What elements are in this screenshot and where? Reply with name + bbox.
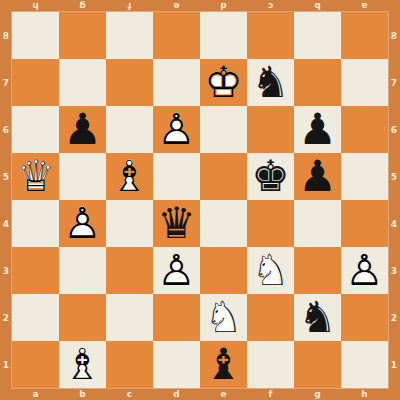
square-c7[interactable] bbox=[106, 59, 153, 106]
square-a3[interactable] bbox=[12, 247, 59, 294]
rank-label: 8 bbox=[0, 12, 12, 59]
piece-outline-layer: ♙ bbox=[153, 106, 200, 153]
chess-board-frame: abcdefgh abcdefgh 87654321 87654321 ♚♔♞♟… bbox=[0, 0, 400, 400]
file-label: b bbox=[59, 388, 106, 400]
square-e7[interactable]: ♚♔ bbox=[200, 59, 247, 106]
black-bishop-icon[interactable]: ♝ bbox=[200, 341, 247, 388]
square-a6[interactable] bbox=[12, 106, 59, 153]
white-bishop-icon[interactable]: ♝♗ bbox=[59, 341, 106, 388]
rank-label: 7 bbox=[388, 59, 400, 106]
square-e1[interactable]: ♝ bbox=[200, 341, 247, 388]
square-c1[interactable] bbox=[106, 341, 153, 388]
rank-label: 3 bbox=[388, 247, 400, 294]
file-label: g bbox=[294, 388, 341, 400]
square-b2[interactable] bbox=[59, 294, 106, 341]
square-c4[interactable] bbox=[106, 200, 153, 247]
rank-label: 7 bbox=[0, 59, 12, 106]
file-label: e bbox=[153, 0, 200, 12]
rank-label: 4 bbox=[388, 200, 400, 247]
square-b3[interactable] bbox=[59, 247, 106, 294]
square-a5[interactable]: ♛♕ bbox=[12, 153, 59, 200]
file-label: d bbox=[200, 0, 247, 12]
file-label: e bbox=[200, 388, 247, 400]
square-b6[interactable]: ♟ bbox=[59, 106, 106, 153]
square-f5[interactable]: ♚ bbox=[247, 153, 294, 200]
piece-solid-layer: ♟ bbox=[294, 153, 341, 200]
square-f6[interactable] bbox=[247, 106, 294, 153]
square-g2[interactable]: ♞ bbox=[294, 294, 341, 341]
file-label: f bbox=[247, 388, 294, 400]
white-king-icon[interactable]: ♚♔ bbox=[200, 59, 247, 106]
white-pawn-icon[interactable]: ♟♙ bbox=[153, 106, 200, 153]
rank-label: 5 bbox=[0, 153, 12, 200]
piece-outline-layer: ♙ bbox=[341, 247, 388, 294]
piece-solid-layer: ♞ bbox=[247, 59, 294, 106]
rank-label: 4 bbox=[0, 200, 12, 247]
square-e5[interactable] bbox=[200, 153, 247, 200]
white-queen-icon[interactable]: ♛♕ bbox=[12, 153, 59, 200]
white-knight-icon[interactable]: ♞♘ bbox=[200, 294, 247, 341]
square-g6[interactable]: ♟ bbox=[294, 106, 341, 153]
piece-outline-layer: ♙ bbox=[153, 247, 200, 294]
file-label: c bbox=[106, 388, 153, 400]
square-b5[interactable] bbox=[59, 153, 106, 200]
square-c8[interactable] bbox=[106, 12, 153, 59]
rank-label: 2 bbox=[388, 294, 400, 341]
square-f4[interactable] bbox=[247, 200, 294, 247]
piece-outline-layer: ♘ bbox=[247, 247, 294, 294]
black-queen-icon[interactable]: ♛ bbox=[153, 200, 200, 247]
file-label: h bbox=[341, 388, 388, 400]
square-h4[interactable] bbox=[341, 200, 388, 247]
file-label: h bbox=[12, 0, 59, 12]
square-d5[interactable] bbox=[153, 153, 200, 200]
piece-solid-layer: ♟ bbox=[294, 106, 341, 153]
square-f3[interactable]: ♞♘ bbox=[247, 247, 294, 294]
piece-outline-layer: ♙ bbox=[59, 200, 106, 247]
piece-solid-layer: ♝ bbox=[200, 341, 247, 388]
square-d6[interactable]: ♟♙ bbox=[153, 106, 200, 153]
file-labels-top: abcdefgh bbox=[12, 0, 388, 12]
square-c2[interactable] bbox=[106, 294, 153, 341]
piece-solid-layer: ♛ bbox=[153, 200, 200, 247]
white-pawn-icon[interactable]: ♟♙ bbox=[59, 200, 106, 247]
square-g3[interactable] bbox=[294, 247, 341, 294]
piece-outline-layer: ♘ bbox=[200, 294, 247, 341]
black-pawn-icon[interactable]: ♟ bbox=[59, 106, 106, 153]
piece-solid-layer: ♚ bbox=[247, 153, 294, 200]
square-f1[interactable] bbox=[247, 341, 294, 388]
square-g7[interactable] bbox=[294, 59, 341, 106]
square-b4[interactable]: ♟♙ bbox=[59, 200, 106, 247]
square-b7[interactable] bbox=[59, 59, 106, 106]
square-d1[interactable] bbox=[153, 341, 200, 388]
square-d3[interactable]: ♟♙ bbox=[153, 247, 200, 294]
square-e4[interactable] bbox=[200, 200, 247, 247]
piece-outline-layer: ♔ bbox=[200, 59, 247, 106]
file-label: b bbox=[294, 0, 341, 12]
square-b8[interactable] bbox=[59, 12, 106, 59]
rank-label: 5 bbox=[388, 153, 400, 200]
rank-label: 6 bbox=[388, 106, 400, 153]
square-h6[interactable] bbox=[341, 106, 388, 153]
piece-outline-layer: ♗ bbox=[106, 153, 153, 200]
rank-label: 6 bbox=[0, 106, 12, 153]
square-d7[interactable] bbox=[153, 59, 200, 106]
square-a4[interactable] bbox=[12, 200, 59, 247]
file-labels-bottom: abcdefgh bbox=[12, 388, 388, 400]
square-e8[interactable] bbox=[200, 12, 247, 59]
square-h7[interactable] bbox=[341, 59, 388, 106]
file-label: g bbox=[59, 0, 106, 12]
square-h3[interactable]: ♟♙ bbox=[341, 247, 388, 294]
piece-solid-layer: ♞ bbox=[294, 294, 341, 341]
piece-outline-layer: ♗ bbox=[59, 341, 106, 388]
square-g1[interactable] bbox=[294, 341, 341, 388]
square-h8[interactable] bbox=[341, 12, 388, 59]
square-e3[interactable] bbox=[200, 247, 247, 294]
square-c6[interactable] bbox=[106, 106, 153, 153]
black-pawn-icon[interactable]: ♟ bbox=[294, 153, 341, 200]
white-knight-icon[interactable]: ♞♘ bbox=[247, 247, 294, 294]
file-label: a bbox=[341, 0, 388, 12]
square-a8[interactable] bbox=[12, 12, 59, 59]
white-bishop-icon[interactable]: ♝♗ bbox=[106, 153, 153, 200]
black-king-icon[interactable]: ♚ bbox=[247, 153, 294, 200]
square-f8[interactable] bbox=[247, 12, 294, 59]
file-label: a bbox=[12, 388, 59, 400]
square-a2[interactable] bbox=[12, 294, 59, 341]
square-h5[interactable] bbox=[341, 153, 388, 200]
rank-labels-left: 87654321 bbox=[0, 12, 12, 388]
square-b1[interactable]: ♝♗ bbox=[59, 341, 106, 388]
file-label: c bbox=[247, 0, 294, 12]
square-a7[interactable] bbox=[12, 59, 59, 106]
rank-label: 8 bbox=[388, 12, 400, 59]
square-g5[interactable]: ♟ bbox=[294, 153, 341, 200]
black-pawn-icon[interactable]: ♟ bbox=[294, 106, 341, 153]
rank-label: 1 bbox=[388, 341, 400, 388]
square-d8[interactable] bbox=[153, 12, 200, 59]
square-h1[interactable] bbox=[341, 341, 388, 388]
rank-label: 3 bbox=[0, 247, 12, 294]
square-d2[interactable] bbox=[153, 294, 200, 341]
chess-board[interactable]: ♚♔♞♟♟♙♟♛♕♝♗♚♟♟♙♛♟♙♞♘♟♙♞♘♞♝♗♝ bbox=[12, 12, 388, 388]
rank-label: 1 bbox=[0, 341, 12, 388]
square-h2[interactable] bbox=[341, 294, 388, 341]
black-knight-icon[interactable]: ♞ bbox=[294, 294, 341, 341]
square-d4[interactable]: ♛ bbox=[153, 200, 200, 247]
square-c5[interactable]: ♝♗ bbox=[106, 153, 153, 200]
white-pawn-icon[interactable]: ♟♙ bbox=[153, 247, 200, 294]
rank-labels-right: 87654321 bbox=[388, 12, 400, 388]
square-e6[interactable] bbox=[200, 106, 247, 153]
square-a1[interactable] bbox=[12, 341, 59, 388]
black-knight-icon[interactable]: ♞ bbox=[247, 59, 294, 106]
file-label: f bbox=[106, 0, 153, 12]
file-label: d bbox=[153, 388, 200, 400]
square-g4[interactable] bbox=[294, 200, 341, 247]
square-f7[interactable]: ♞ bbox=[247, 59, 294, 106]
piece-solid-layer: ♟ bbox=[59, 106, 106, 153]
square-g8[interactable] bbox=[294, 12, 341, 59]
rank-label: 2 bbox=[0, 294, 12, 341]
white-pawn-icon[interactable]: ♟♙ bbox=[341, 247, 388, 294]
piece-outline-layer: ♕ bbox=[12, 153, 59, 200]
square-e2[interactable]: ♞♘ bbox=[200, 294, 247, 341]
square-f2[interactable] bbox=[247, 294, 294, 341]
square-c3[interactable] bbox=[106, 247, 153, 294]
